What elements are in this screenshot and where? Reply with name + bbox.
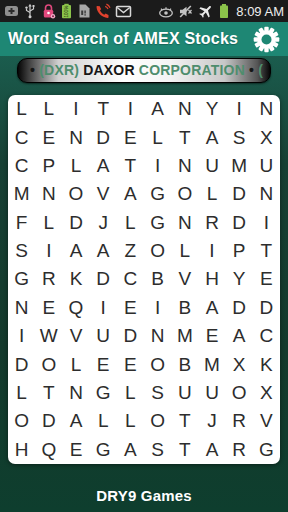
battery-100-icon: 100%	[60, 3, 73, 19]
grid-cell-8-2[interactable]: V	[62, 322, 89, 350]
app-root: 100% 8:09 A	[0, 0, 288, 512]
grid-cell-9-7[interactable]: M	[198, 350, 225, 378]
grid-cell-3-3[interactable]: V	[90, 180, 117, 208]
email-icon	[115, 4, 132, 19]
puzzle-card: LLITIANYINCENDELTASXCPLATINUMUMNOVAGOLDN…	[8, 95, 280, 464]
grid-cell-5-6[interactable]: L	[171, 237, 198, 265]
grid-cell-5-2[interactable]: A	[62, 237, 89, 265]
grid-cell-8-5[interactable]: N	[144, 322, 171, 350]
title-bar: Word Search of AMEX Stocks	[0, 22, 288, 56]
ticker-segment: CORPORATION	[139, 62, 249, 78]
grid-cell-0-7[interactable]: Y	[198, 95, 225, 123]
grid-cell-0-4[interactable]: I	[117, 95, 144, 123]
grid-cell-2-2[interactable]: L	[62, 152, 89, 180]
grid-cell-7-8[interactable]: D	[226, 294, 253, 322]
grid-cell-1-4[interactable]: E	[117, 123, 144, 151]
gear-icon	[253, 26, 280, 53]
grid-cell-12-2[interactable]: E	[62, 436, 89, 464]
word-ticker: • (DXR) DAXOR CORPORATION • (	[17, 58, 271, 83]
grid-cell-2-8[interactable]: M	[226, 152, 253, 180]
grid-cell-11-3[interactable]: L	[90, 407, 117, 435]
grid-cell-12-3[interactable]: G	[90, 436, 117, 464]
grid-cell-4-7[interactable]: R	[198, 209, 225, 237]
grid-cell-6-5[interactable]: B	[144, 265, 171, 293]
grid-cell-10-9[interactable]: X	[253, 379, 280, 407]
page-title: Word Search of AMEX Stocks	[8, 30, 253, 48]
grid-cell-10-0[interactable]: L	[8, 379, 35, 407]
grid-cell-4-5[interactable]: G	[144, 209, 171, 237]
grid-cell-10-6[interactable]: U	[171, 379, 198, 407]
grid-cell-5-9[interactable]: T	[253, 237, 280, 265]
grid-cell-8-8[interactable]: A	[226, 322, 253, 350]
grid-cell-9-5[interactable]: O	[144, 350, 171, 378]
grid-cell-12-6[interactable]: T	[171, 436, 198, 464]
grid-cell-12-0[interactable]: H	[8, 436, 35, 464]
grid-cell-6-9[interactable]: E	[253, 265, 280, 293]
grid-cell-4-4[interactable]: L	[117, 209, 144, 237]
ticker-segment: (DXR)	[39, 62, 83, 78]
grid-cell-5-7[interactable]: I	[198, 237, 225, 265]
app-lock-icon	[41, 3, 56, 19]
grid-cell-2-4[interactable]: T	[117, 152, 144, 180]
add-badge-icon	[4, 4, 19, 18]
grid-cell-3-8[interactable]: D	[226, 180, 253, 208]
grid-cell-1-3[interactable]: D	[90, 123, 117, 151]
settings-button[interactable]	[253, 26, 280, 53]
grid-cell-10-1[interactable]: T	[35, 379, 62, 407]
grid-cell-2-1[interactable]: P	[35, 152, 62, 180]
grid-cell-12-1[interactable]: Q	[35, 436, 62, 464]
grid-cell-12-4[interactable]: A	[117, 436, 144, 464]
call-icon	[95, 3, 111, 19]
grid-cell-3-1[interactable]: N	[35, 180, 62, 208]
grid-cell-3-0[interactable]: M	[8, 180, 35, 208]
grid-cell-4-9[interactable]: I	[253, 209, 280, 237]
usb-icon	[23, 3, 37, 19]
grid-cell-6-7[interactable]: H	[198, 265, 225, 293]
grid-cell-6-8[interactable]: Y	[226, 265, 253, 293]
grid-cell-0-5[interactable]: A	[144, 95, 171, 123]
grid-cell-7-7[interactable]: A	[198, 294, 225, 322]
grid-cell-3-2[interactable]: O	[62, 180, 89, 208]
grid-cell-3-7[interactable]: L	[198, 180, 225, 208]
grid-cell-6-0[interactable]: G	[8, 265, 35, 293]
status-icons-right: 8:09 AM	[158, 3, 284, 20]
grid-cell-11-7[interactable]: J	[198, 407, 225, 435]
grid-cell-3-9[interactable]: N	[253, 180, 280, 208]
grid-cell-1-2[interactable]: N	[62, 123, 89, 151]
grid-cell-7-6[interactable]: B	[171, 294, 198, 322]
grid-cell-10-2[interactable]: N	[62, 379, 89, 407]
grid-cell-7-5[interactable]: I	[144, 294, 171, 322]
grid-cell-12-8[interactable]: R	[226, 436, 253, 464]
grid-cell-4-3[interactable]: J	[90, 209, 117, 237]
grid-cell-4-1[interactable]: L	[35, 209, 62, 237]
grid-cell-10-5[interactable]: S	[144, 379, 171, 407]
grid-cell-2-6[interactable]: N	[171, 152, 198, 180]
word-grid: LLITIANYINCENDELTASXCPLATINUMUMNOVAGOLDN…	[8, 95, 280, 464]
grid-cell-7-2[interactable]: Q	[62, 294, 89, 322]
sim-card-icon	[77, 3, 91, 19]
grid-cell-9-8[interactable]: X	[226, 350, 253, 378]
ticker-segment: •	[30, 62, 39, 78]
grid-cell-1-8[interactable]: S	[226, 123, 253, 151]
eye-icon	[158, 4, 174, 19]
grid-cell-1-0[interactable]: C	[8, 123, 35, 151]
grid-cell-5-4[interactable]: Z	[117, 237, 144, 265]
grid-cell-11-6[interactable]: T	[171, 407, 198, 435]
grid-cell-6-4[interactable]: C	[117, 265, 144, 293]
grid-cell-8-0[interactable]: I	[8, 322, 35, 350]
grid-cell-2-9[interactable]: U	[253, 152, 280, 180]
grid-cell-5-0[interactable]: S	[8, 237, 35, 265]
ticker-segment: (	[258, 62, 263, 78]
grid-cell-8-1[interactable]: W	[35, 322, 62, 350]
grid-cell-5-8[interactable]: P	[226, 237, 253, 265]
grid-cell-6-1[interactable]: R	[35, 265, 62, 293]
grid-cell-0-0[interactable]: L	[8, 95, 35, 123]
grid-cell-4-6[interactable]: N	[171, 209, 198, 237]
grid-cell-6-2[interactable]: K	[62, 265, 89, 293]
grid-cell-1-7[interactable]: A	[198, 123, 225, 151]
grid-cell-0-1[interactable]: L	[35, 95, 62, 123]
sound-off-icon	[178, 4, 193, 19]
grid-cell-1-5[interactable]: L	[144, 123, 171, 151]
grid-cell-0-6[interactable]: N	[171, 95, 198, 123]
grid-cell-9-6[interactable]: B	[171, 350, 198, 378]
grid-cell-7-9[interactable]: D	[253, 294, 280, 322]
ticker-segment: DAXOR	[83, 62, 139, 78]
grid-cell-11-0[interactable]: O	[8, 407, 35, 435]
grid-cell-4-0[interactable]: F	[8, 209, 35, 237]
grid-cell-10-3[interactable]: G	[90, 379, 117, 407]
svg-text:100%: 100%	[64, 6, 69, 18]
grid-cell-8-4[interactable]: D	[117, 322, 144, 350]
grid-cell-11-9[interactable]: V	[253, 407, 280, 435]
grid-cell-7-0[interactable]: N	[8, 294, 35, 322]
grid-cell-11-5[interactable]: O	[144, 407, 171, 435]
grid-cell-2-5[interactable]: I	[144, 152, 171, 180]
ticker-segment: •	[249, 62, 258, 78]
airplane-mode-icon	[197, 3, 214, 20]
grid-cell-1-6[interactable]: T	[171, 123, 198, 151]
grid-cell-6-6[interactable]: V	[171, 265, 198, 293]
grid-cell-7-1[interactable]: E	[35, 294, 62, 322]
grid-cell-7-3[interactable]: I	[90, 294, 117, 322]
grid-cell-8-7[interactable]: E	[198, 322, 225, 350]
grid-cell-10-4[interactable]: L	[117, 379, 144, 407]
grid-cell-4-8[interactable]: D	[226, 209, 253, 237]
grid-cell-5-3[interactable]: A	[90, 237, 117, 265]
grid-cell-9-3[interactable]: E	[90, 350, 117, 378]
grid-cell-3-5[interactable]: G	[144, 180, 171, 208]
grid-cell-8-3[interactable]: U	[90, 322, 117, 350]
grid-cell-5-1[interactable]: I	[35, 237, 62, 265]
grid-cell-3-4[interactable]: A	[117, 180, 144, 208]
grid-cell-12-9[interactable]: G	[253, 436, 280, 464]
grid-cell-9-0[interactable]: D	[8, 350, 35, 378]
grid-cell-5-5[interactable]: O	[144, 237, 171, 265]
footer: DRY9 Games	[0, 464, 288, 512]
grid-cell-3-6[interactable]: O	[171, 180, 198, 208]
grid-cell-2-3[interactable]: A	[90, 152, 117, 180]
status-bar: 100% 8:09 A	[0, 0, 288, 22]
grid-cell-6-3[interactable]: D	[90, 265, 117, 293]
status-icons-left: 100%	[4, 3, 132, 19]
grid-cell-9-4[interactable]: E	[117, 350, 144, 378]
grid-cell-11-4[interactable]: L	[117, 407, 144, 435]
grid-cell-9-1[interactable]: O	[35, 350, 62, 378]
grid-cell-11-1[interactable]: D	[35, 407, 62, 435]
grid-cell-4-2[interactable]: D	[62, 209, 89, 237]
grid-cell-0-9[interactable]: N	[253, 95, 280, 123]
grid-cell-10-7[interactable]: U	[198, 379, 225, 407]
grid-cell-12-7[interactable]: A	[198, 436, 225, 464]
grid-cell-12-5[interactable]: S	[144, 436, 171, 464]
grid-cell-8-9[interactable]: C	[253, 322, 280, 350]
footer-label: DRY9 Games	[96, 487, 192, 504]
status-time: 8:09 AM	[234, 4, 284, 19]
grid-cell-0-8[interactable]: I	[226, 95, 253, 123]
grid-cell-10-8[interactable]: O	[226, 379, 253, 407]
grid-cell-9-9[interactable]: K	[253, 350, 280, 378]
grid-cell-0-3[interactable]: T	[90, 95, 117, 123]
grid-cell-1-1[interactable]: E	[35, 123, 62, 151]
ticker-text: • (DXR) DAXOR CORPORATION • (	[18, 59, 263, 82]
grid-cell-2-0[interactable]: C	[8, 152, 35, 180]
grid-cell-11-2[interactable]: A	[62, 407, 89, 435]
grid-cell-1-9[interactable]: X	[253, 123, 280, 151]
grid-cell-11-8[interactable]: R	[226, 407, 253, 435]
grid-cell-0-2[interactable]: I	[62, 95, 89, 123]
grid-cell-2-7[interactable]: U	[198, 152, 225, 180]
grid-cell-8-6[interactable]: M	[171, 322, 198, 350]
battery-icon	[218, 3, 230, 19]
grid-cell-7-4[interactable]: E	[117, 294, 144, 322]
grid-cell-9-2[interactable]: L	[62, 350, 89, 378]
